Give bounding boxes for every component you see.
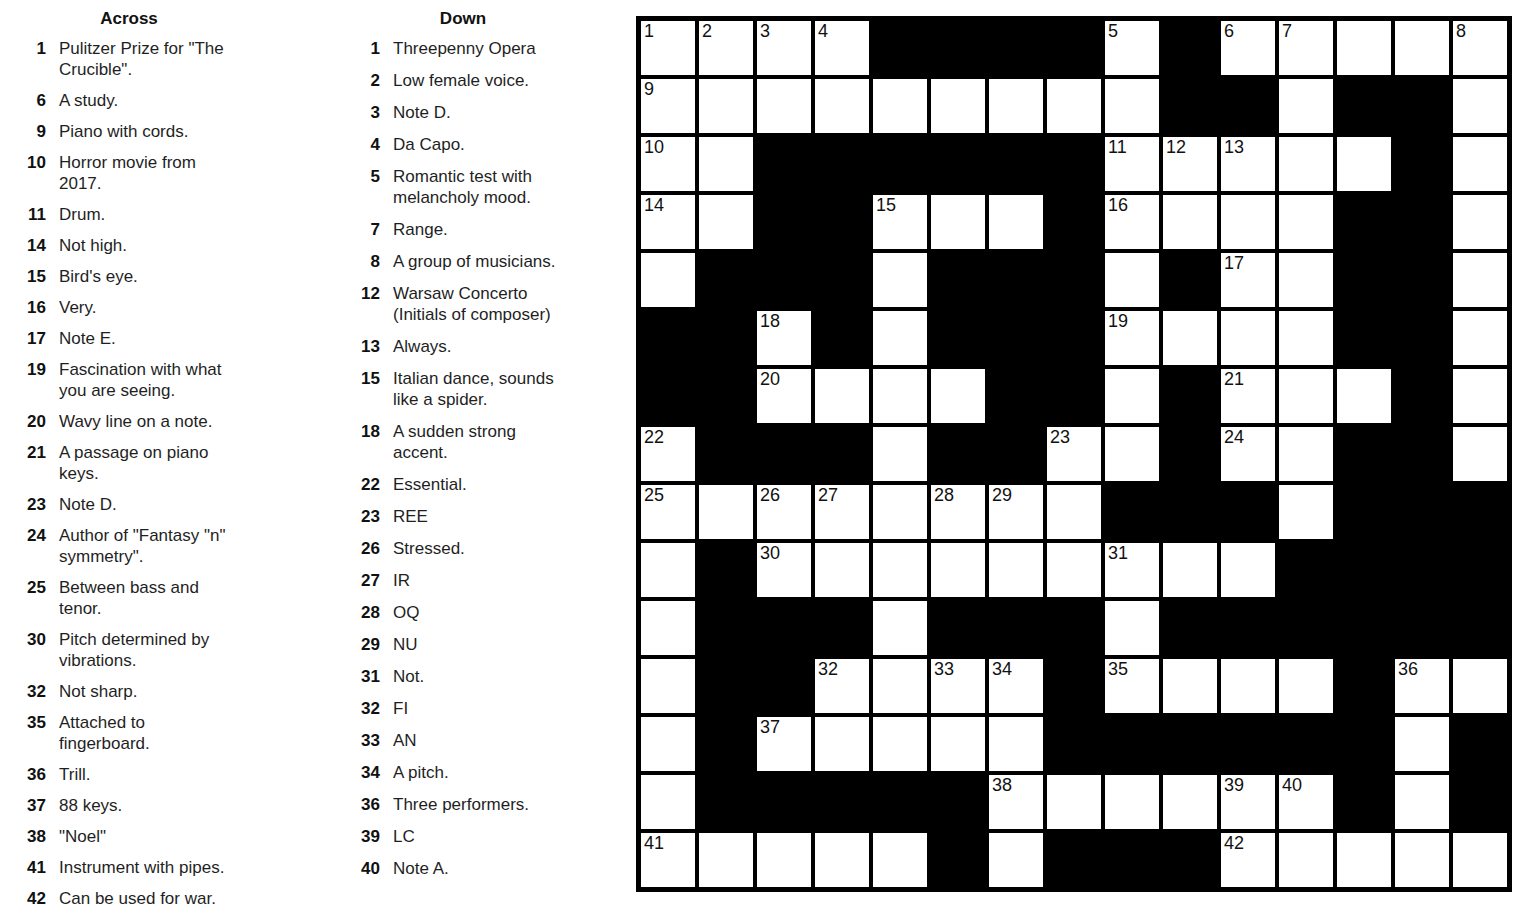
white-cell[interactable]: [1453, 253, 1507, 307]
clue-text: IR: [393, 570, 579, 591]
clue-text: Italian dance, sounds like a spider.: [393, 368, 579, 410]
black-cell: [1047, 717, 1101, 771]
white-cell[interactable]: [1279, 253, 1333, 307]
black-cell: [1395, 601, 1449, 655]
white-cell[interactable]: [815, 717, 869, 771]
clue-text: Pulitzer Prize for "The Crucible".: [59, 38, 245, 80]
white-cell[interactable]: [641, 601, 695, 655]
white-cell[interactable]: 10: [641, 137, 695, 191]
down-clue-29: 29NU: [344, 634, 582, 655]
white-cell[interactable]: [989, 79, 1043, 133]
black-cell: [757, 253, 811, 307]
white-cell[interactable]: [815, 369, 869, 423]
white-cell[interactable]: 14: [641, 195, 695, 249]
down-clue-5: 5Romantic test with melancholy mood.: [344, 166, 582, 208]
black-cell: [757, 195, 811, 249]
white-cell[interactable]: [1395, 775, 1449, 829]
black-cell: [873, 21, 927, 75]
white-cell[interactable]: 16: [1105, 195, 1159, 249]
down-clue-22: 22Essential.: [344, 474, 582, 495]
clue-number: 13: [344, 336, 380, 357]
black-cell: [1453, 601, 1507, 655]
white-cell[interactable]: 12: [1163, 137, 1217, 191]
black-cell: [1337, 775, 1391, 829]
clue-number: 4: [344, 134, 380, 155]
across-clue-9: 9Piano with cords.: [10, 121, 248, 142]
white-cell[interactable]: [1453, 137, 1507, 191]
white-cell[interactable]: [873, 717, 927, 771]
clue-text: Stressed.: [393, 538, 579, 559]
white-cell[interactable]: [989, 717, 1043, 771]
cell-number: 8: [1456, 21, 1466, 41]
white-cell[interactable]: [1221, 659, 1275, 713]
black-cell: [1047, 659, 1101, 713]
down-clue-2: 2Low female voice.: [344, 70, 582, 91]
cell-number: 2: [702, 21, 712, 41]
white-cell[interactable]: [1453, 427, 1507, 481]
black-cell: [699, 775, 753, 829]
black-cell: [1395, 485, 1449, 539]
white-cell[interactable]: 3: [757, 21, 811, 75]
clue-text: Threepenny Opera: [393, 38, 579, 59]
black-cell: [1453, 717, 1507, 771]
white-cell[interactable]: [1453, 311, 1507, 365]
down-clue-15: 15Italian dance, sounds like a spider.: [344, 368, 582, 410]
white-cell[interactable]: [1337, 137, 1391, 191]
white-cell[interactable]: [641, 253, 695, 307]
white-cell[interactable]: [989, 833, 1043, 887]
white-cell[interactable]: [1105, 601, 1159, 655]
black-cell: [931, 601, 985, 655]
across-clue-14: 14Not high.: [10, 235, 248, 256]
white-cell[interactable]: 29: [989, 485, 1043, 539]
black-cell: [699, 369, 753, 423]
clue-number: 36: [344, 794, 380, 815]
white-cell[interactable]: [757, 79, 811, 133]
white-cell[interactable]: [1105, 427, 1159, 481]
black-cell: [815, 601, 869, 655]
clue-number: 5: [344, 166, 380, 208]
white-cell[interactable]: [873, 369, 927, 423]
white-cell[interactable]: [1279, 311, 1333, 365]
white-cell[interactable]: [815, 833, 869, 887]
black-cell: [931, 775, 985, 829]
cell-number: 37: [760, 717, 780, 737]
cell-number: 33: [934, 659, 954, 679]
clue-number: 6: [10, 90, 46, 111]
black-cell: [1163, 427, 1217, 481]
white-cell[interactable]: [1163, 195, 1217, 249]
across-clue-6: 6A study.: [10, 90, 248, 111]
white-cell[interactable]: [1047, 485, 1101, 539]
white-cell[interactable]: [641, 543, 695, 597]
cell-number: 13: [1224, 137, 1244, 157]
black-cell: [931, 311, 985, 365]
white-cell[interactable]: [815, 79, 869, 133]
white-cell[interactable]: 38: [989, 775, 1043, 829]
black-cell: [989, 137, 1043, 191]
white-cell[interactable]: 27: [815, 485, 869, 539]
white-cell[interactable]: 34: [989, 659, 1043, 713]
white-cell[interactable]: [873, 427, 927, 481]
white-cell[interactable]: [1337, 369, 1391, 423]
cell-number: 41: [644, 833, 664, 853]
black-cell: [1047, 311, 1101, 365]
cell-number: 31: [1108, 543, 1128, 563]
white-cell[interactable]: [873, 833, 927, 887]
white-cell[interactable]: 36: [1395, 659, 1449, 713]
white-cell[interactable]: 33: [931, 659, 985, 713]
down-clue-33: 33AN: [344, 730, 582, 751]
black-cell: [1047, 21, 1101, 75]
white-cell[interactable]: 1: [641, 21, 695, 75]
black-cell: [1047, 137, 1101, 191]
white-cell[interactable]: [931, 79, 985, 133]
white-cell[interactable]: [873, 253, 927, 307]
black-cell: [757, 775, 811, 829]
clue-text: Not high.: [59, 235, 245, 256]
cell-number: 4: [818, 21, 828, 41]
clue-text: Warsaw Concerto (Initials of composer): [393, 283, 579, 325]
white-cell[interactable]: 37: [757, 717, 811, 771]
across-clue-24: 24Author of "Fantasy "n" symmetry".: [10, 525, 248, 567]
cell-number: 14: [644, 195, 664, 215]
clue-number: 17: [10, 328, 46, 349]
black-cell: [641, 369, 695, 423]
white-cell[interactable]: [1279, 79, 1333, 133]
white-cell[interactable]: 31: [1105, 543, 1159, 597]
white-cell[interactable]: [1105, 79, 1159, 133]
white-cell[interactable]: 25: [641, 485, 695, 539]
white-cell[interactable]: [1279, 427, 1333, 481]
white-cell[interactable]: [1221, 311, 1275, 365]
cell-number: 5: [1108, 21, 1118, 41]
black-cell: [1395, 137, 1449, 191]
across-clue-32: 32Not sharp.: [10, 681, 248, 702]
clue-text: A sudden strong accent.: [393, 421, 579, 463]
black-cell: [1163, 369, 1217, 423]
white-cell[interactable]: 9: [641, 79, 695, 133]
black-cell: [1337, 79, 1391, 133]
black-cell: [1047, 253, 1101, 307]
clue-number: 11: [10, 204, 46, 225]
clue-number: 15: [10, 266, 46, 287]
white-cell[interactable]: 23: [1047, 427, 1101, 481]
clue-number: 1: [10, 38, 46, 80]
black-cell: [1221, 601, 1275, 655]
white-cell[interactable]: 32: [815, 659, 869, 713]
white-cell[interactable]: [873, 485, 927, 539]
clue-text: A passage on piano keys.: [59, 442, 245, 484]
white-cell[interactable]: [1395, 21, 1449, 75]
white-cell[interactable]: 28: [931, 485, 985, 539]
clue-text: Fascination with what you are seeing.: [59, 359, 245, 401]
white-cell[interactable]: 42: [1221, 833, 1275, 887]
white-cell[interactable]: [1453, 659, 1507, 713]
white-cell[interactable]: 15: [873, 195, 927, 249]
white-cell[interactable]: [1105, 253, 1159, 307]
black-cell: [641, 311, 695, 365]
white-cell[interactable]: 21: [1221, 369, 1275, 423]
clue-text: NU: [393, 634, 579, 655]
down-clue-4: 4Da Capo.: [344, 134, 582, 155]
white-cell[interactable]: [1279, 369, 1333, 423]
white-cell[interactable]: [1395, 717, 1449, 771]
clue-number: 19: [10, 359, 46, 401]
white-cell[interactable]: [1337, 21, 1391, 75]
clue-text: Very.: [59, 297, 245, 318]
white-cell[interactable]: [641, 775, 695, 829]
cell-number: 3: [760, 21, 770, 41]
white-cell[interactable]: 4: [815, 21, 869, 75]
black-cell: [699, 253, 753, 307]
black-cell: [1395, 253, 1449, 307]
black-cell: [1337, 601, 1391, 655]
white-cell[interactable]: [699, 485, 753, 539]
clue-number: 27: [344, 570, 380, 591]
black-cell: [699, 601, 753, 655]
down-clue-7: 7Range.: [344, 219, 582, 240]
white-cell[interactable]: [699, 833, 753, 887]
white-cell[interactable]: 17: [1221, 253, 1275, 307]
white-cell[interactable]: [641, 717, 695, 771]
black-cell: [1163, 717, 1217, 771]
clue-number: 23: [344, 506, 380, 527]
clue-number: 23: [10, 494, 46, 515]
clue-number: 30: [10, 629, 46, 671]
black-cell: [1047, 195, 1101, 249]
white-cell[interactable]: [1105, 369, 1159, 423]
black-cell: [1163, 833, 1217, 887]
white-cell[interactable]: [873, 601, 927, 655]
white-cell[interactable]: [1279, 659, 1333, 713]
cell-number: 25: [644, 485, 664, 505]
white-cell[interactable]: 22: [641, 427, 695, 481]
clue-text: 88 keys.: [59, 795, 245, 816]
clue-text: Always.: [393, 336, 579, 357]
white-cell[interactable]: [1453, 833, 1507, 887]
white-cell[interactable]: [989, 195, 1043, 249]
white-cell[interactable]: 41: [641, 833, 695, 887]
cell-number: 26: [760, 485, 780, 505]
down-clue-26: 26Stressed.: [344, 538, 582, 559]
clue-number: 3: [344, 102, 380, 123]
white-cell[interactable]: [699, 79, 753, 133]
clue-text: FI: [393, 698, 579, 719]
clue-text: REE: [393, 506, 579, 527]
clue-text: AN: [393, 730, 579, 751]
across-clues-section: Across 1Pulitzer Prize for "The Crucible…: [10, 8, 248, 911]
cell-number: 30: [760, 543, 780, 563]
across-clue-35: 35Attached to fingerboard.: [10, 712, 248, 754]
black-cell: [1337, 427, 1391, 481]
clue-number: 39: [344, 826, 380, 847]
clue-number: 37: [10, 795, 46, 816]
cell-number: 28: [934, 485, 954, 505]
across-clue-16: 16Very.: [10, 297, 248, 318]
white-cell[interactable]: 5: [1105, 21, 1159, 75]
clue-text: Attached to fingerboard.: [59, 712, 245, 754]
clue-number: 35: [10, 712, 46, 754]
white-cell[interactable]: [931, 543, 985, 597]
clue-number: 33: [344, 730, 380, 751]
clue-text: Trill.: [59, 764, 245, 785]
clue-text: LC: [393, 826, 579, 847]
white-cell[interactable]: [1453, 79, 1507, 133]
clue-text: Not.: [393, 666, 579, 687]
black-cell: [1279, 543, 1333, 597]
clue-text: Three performers.: [393, 794, 579, 815]
clue-text: Range.: [393, 219, 579, 240]
white-cell[interactable]: [1279, 137, 1333, 191]
across-clue-20: 20Wavy line on a note.: [10, 411, 248, 432]
white-cell[interactable]: 2: [699, 21, 753, 75]
white-cell[interactable]: [1105, 775, 1159, 829]
white-cell[interactable]: [1453, 369, 1507, 423]
down-clue-40: 40Note A.: [344, 858, 582, 879]
white-cell[interactable]: [1279, 195, 1333, 249]
white-cell[interactable]: [699, 137, 753, 191]
white-cell[interactable]: [873, 543, 927, 597]
cell-number: 34: [992, 659, 1012, 679]
cell-number: 40: [1282, 775, 1302, 795]
clue-number: 26: [344, 538, 380, 559]
clue-text: Da Capo.: [393, 134, 579, 155]
white-cell[interactable]: 13: [1221, 137, 1275, 191]
down-clue-3: 3Note D.: [344, 102, 582, 123]
clue-text: A group of musicians.: [393, 251, 579, 272]
white-cell[interactable]: [1163, 775, 1217, 829]
cell-number: 18: [760, 311, 780, 331]
white-cell[interactable]: [1337, 833, 1391, 887]
white-cell[interactable]: [1163, 311, 1217, 365]
black-cell: [1221, 79, 1275, 133]
clue-number: 32: [10, 681, 46, 702]
clue-number: 36: [10, 764, 46, 785]
cell-number: 35: [1108, 659, 1128, 679]
white-cell[interactable]: [989, 543, 1043, 597]
white-cell[interactable]: 35: [1105, 659, 1159, 713]
white-cell[interactable]: [1047, 543, 1101, 597]
across-clue-37: 3788 keys.: [10, 795, 248, 816]
black-cell: [1453, 543, 1507, 597]
black-cell: [1337, 543, 1391, 597]
black-cell: [1047, 833, 1101, 887]
clue-text: Low female voice.: [393, 70, 579, 91]
black-cell: [699, 311, 753, 365]
black-cell: [1453, 775, 1507, 829]
black-cell: [1163, 253, 1217, 307]
black-cell: [1279, 601, 1333, 655]
across-clue-36: 36Trill.: [10, 764, 248, 785]
white-cell[interactable]: 18: [757, 311, 811, 365]
clue-text: Instrument with pipes.: [59, 857, 245, 878]
black-cell: [873, 775, 927, 829]
clue-number: 29: [344, 634, 380, 655]
white-cell[interactable]: 6: [1221, 21, 1275, 75]
white-cell[interactable]: [931, 369, 985, 423]
black-cell: [1105, 485, 1159, 539]
clue-number: 41: [10, 857, 46, 878]
clue-text: Drum.: [59, 204, 245, 225]
black-cell: [757, 659, 811, 713]
clue-number: 1: [344, 38, 380, 59]
clue-number: 10: [10, 152, 46, 194]
across-clue-42: 42Can be used for war.: [10, 888, 248, 909]
white-cell[interactable]: 30: [757, 543, 811, 597]
white-cell[interactable]: 8: [1453, 21, 1507, 75]
clue-text: Horror movie from 2017.: [59, 152, 245, 194]
crossword-page: Across 1Pulitzer Prize for "The Crucible…: [0, 0, 1536, 911]
clue-number: 25: [10, 577, 46, 619]
black-cell: [1395, 369, 1449, 423]
white-cell[interactable]: [873, 79, 927, 133]
white-cell[interactable]: [1221, 543, 1275, 597]
down-clue-39: 39LC: [344, 826, 582, 847]
white-cell[interactable]: [1047, 79, 1101, 133]
cell-number: 6: [1224, 21, 1234, 41]
across-clue-21: 21A passage on piano keys.: [10, 442, 248, 484]
white-cell[interactable]: [1047, 775, 1101, 829]
black-cell: [815, 427, 869, 481]
white-cell[interactable]: 40: [1279, 775, 1333, 829]
white-cell[interactable]: [931, 717, 985, 771]
black-cell: [1047, 369, 1101, 423]
white-cell[interactable]: [1163, 659, 1217, 713]
clue-number: 18: [344, 421, 380, 463]
down-clue-8: 8A group of musicians.: [344, 251, 582, 272]
white-cell[interactable]: 7: [1279, 21, 1333, 75]
clue-number: 9: [10, 121, 46, 142]
white-cell[interactable]: 26: [757, 485, 811, 539]
white-cell[interactable]: [931, 195, 985, 249]
white-cell[interactable]: [873, 659, 927, 713]
black-cell: [815, 775, 869, 829]
white-cell[interactable]: [1163, 543, 1217, 597]
white-cell[interactable]: 39: [1221, 775, 1275, 829]
white-cell[interactable]: 19: [1105, 311, 1159, 365]
across-clue-23: 23Note D.: [10, 494, 248, 515]
white-cell[interactable]: [1395, 833, 1449, 887]
white-cell[interactable]: [757, 833, 811, 887]
clue-number: 22: [344, 474, 380, 495]
white-cell[interactable]: [873, 311, 927, 365]
across-clue-19: 19Fascination with what you are seeing.: [10, 359, 248, 401]
black-cell: [815, 137, 869, 191]
black-cell: [699, 659, 753, 713]
cell-number: 29: [992, 485, 1012, 505]
white-cell[interactable]: [815, 543, 869, 597]
white-cell[interactable]: [1453, 195, 1507, 249]
black-cell: [989, 369, 1043, 423]
cell-number: 15: [876, 195, 896, 215]
white-cell[interactable]: [699, 195, 753, 249]
across-clues-list: 1Pulitzer Prize for "The Crucible".6A st…: [10, 38, 248, 909]
black-cell: [1221, 485, 1275, 539]
white-cell[interactable]: [1221, 195, 1275, 249]
black-cell: [989, 253, 1043, 307]
white-cell[interactable]: [641, 659, 695, 713]
clue-number: 34: [344, 762, 380, 783]
white-cell[interactable]: 11: [1105, 137, 1159, 191]
white-cell[interactable]: [1279, 485, 1333, 539]
down-heading: Down: [344, 8, 582, 29]
white-cell[interactable]: 20: [757, 369, 811, 423]
white-cell[interactable]: 24: [1221, 427, 1275, 481]
white-cell[interactable]: [1279, 833, 1333, 887]
black-cell: [1395, 79, 1449, 133]
black-cell: [699, 427, 753, 481]
